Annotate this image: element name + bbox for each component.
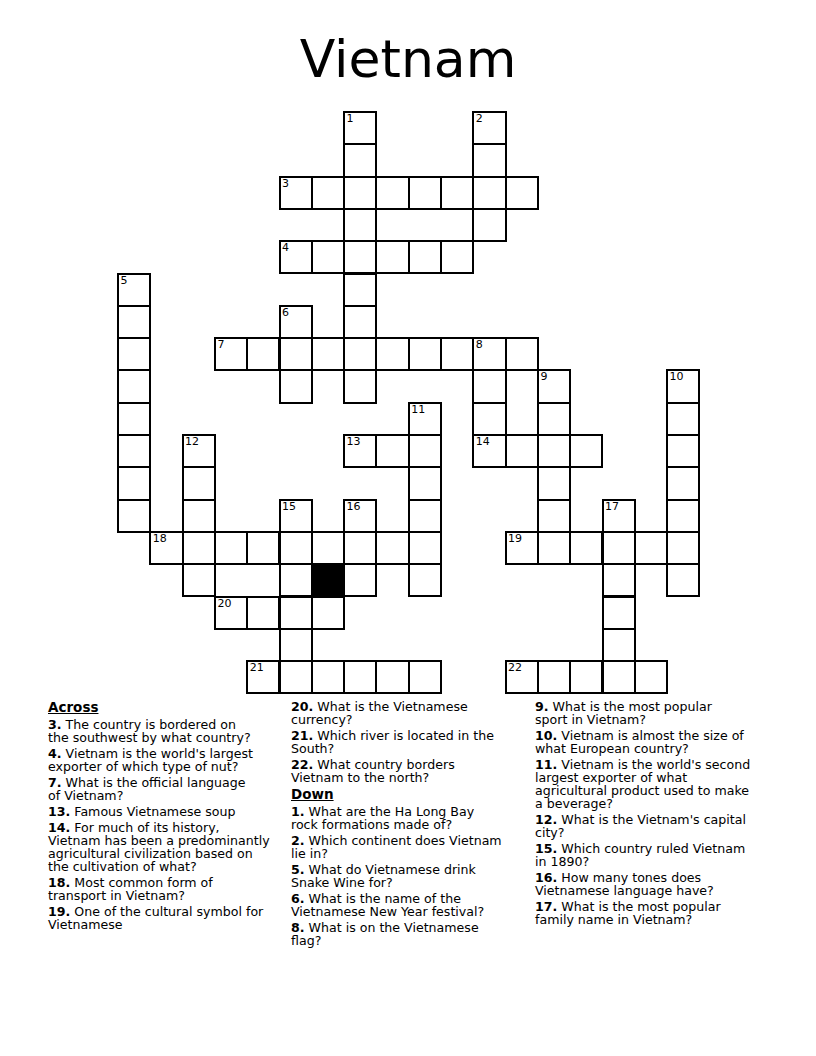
grid-cell[interactable] (375, 337, 409, 371)
clue-down-8: 8. What is on the Vietnameseflag? (291, 921, 534, 947)
clue-across-4: 4. Vietnam is the world's largestexporte… (48, 747, 291, 773)
clue-number-label: 15. (535, 841, 557, 856)
grid-cell[interactable] (343, 660, 377, 694)
crossword-grid: 12345678910111213141516171819202122 (117, 111, 701, 695)
clue-number-label: 3. (48, 717, 62, 732)
clue-number-label: 17. (535, 899, 557, 914)
grid-cell[interactable] (537, 466, 571, 500)
clue-number-label: 14. (48, 820, 70, 835)
across-header: Across (48, 700, 291, 714)
clue-across-22: 22. What country bordersVietnam to the n… (291, 758, 534, 784)
grid-cell[interactable] (505, 176, 539, 210)
clue-across-7: 7. What is the official languageof Vietn… (48, 776, 291, 802)
grid-cell[interactable] (375, 531, 409, 565)
grid-cell[interactable] (666, 402, 700, 436)
grid-cell[interactable] (279, 563, 313, 597)
grid-cell[interactable] (343, 305, 377, 339)
grid-cell[interactable] (408, 660, 442, 694)
clue-across-14: 14. For much of its history,Vietnam has … (48, 821, 291, 873)
grid-cell[interactable] (279, 531, 313, 565)
grid-cell[interactable] (537, 531, 571, 565)
grid-cell[interactable] (214, 337, 248, 371)
grid-cell[interactable] (117, 434, 151, 468)
grid-cell[interactable] (117, 499, 151, 533)
grid-cell[interactable] (279, 337, 313, 371)
clue-down-6: 6. What is the name of theVietnamese New… (291, 892, 534, 918)
clue-number-label: 4. (48, 746, 62, 761)
grid-cell[interactable] (569, 531, 603, 565)
clue-number-label: 6. (291, 891, 305, 906)
grid-cell[interactable] (279, 240, 313, 274)
grid-cell[interactable] (602, 563, 636, 597)
grid-cell[interactable] (343, 563, 377, 597)
clue-number-label: 9. (535, 699, 549, 714)
grid-cell[interactable] (634, 531, 668, 565)
grid-cell[interactable] (505, 337, 539, 371)
clue-number-label: 12. (535, 812, 557, 827)
clue-down-2: 2. Which continent does Vietnamlie in? (291, 834, 534, 860)
grid-cell[interactable] (408, 466, 442, 500)
grid-cell[interactable] (569, 434, 603, 468)
grid-cell[interactable] (408, 176, 442, 210)
grid-cell[interactable] (343, 208, 377, 242)
clue-number-label: 20. (291, 699, 313, 714)
grid-cell[interactable] (343, 176, 377, 210)
grid-cell[interactable] (472, 176, 506, 210)
grid-cell[interactable] (182, 563, 216, 597)
clue-down-17: 17. What is the most popularfamily name … (535, 900, 810, 926)
grid-cell[interactable] (505, 660, 539, 694)
grid-cell[interactable] (408, 402, 442, 436)
grid-cell[interactable] (343, 369, 377, 403)
grid-cell[interactable] (311, 660, 345, 694)
clue-across-18: 18. Most common form oftransport in Viet… (48, 876, 291, 902)
clue-number-label: 21. (291, 728, 313, 743)
grid-cell[interactable] (537, 660, 571, 694)
grid-cell[interactable] (182, 531, 216, 565)
grid-cell[interactable] (440, 337, 474, 371)
grid-cell[interactable] (311, 531, 345, 565)
grid-cell[interactable] (602, 531, 636, 565)
grid-cell[interactable] (343, 531, 377, 565)
grid-cell[interactable] (666, 531, 700, 565)
grid-cell[interactable] (505, 531, 539, 565)
grid-cell[interactable] (149, 531, 183, 565)
grid-cell[interactable] (279, 369, 313, 403)
grid-cell[interactable] (472, 111, 506, 145)
grid-cell[interactable] (246, 660, 280, 694)
clue-number-label: 19. (48, 904, 70, 919)
clue-down-1: 1. What are the Ha Long Bayrock formatio… (291, 805, 534, 831)
clue-number-label: 1. (291, 804, 305, 819)
clue-number-label: 2. (291, 833, 305, 848)
clue-number-label: 18. (48, 875, 70, 890)
grid-cell[interactable] (666, 369, 700, 403)
grid-cell[interactable] (666, 466, 700, 500)
grid-cell[interactable] (666, 434, 700, 468)
grid-cell[interactable] (343, 434, 377, 468)
clue-number-label: 13. (48, 804, 70, 819)
clue-down-9: 9. What is the most popularsport in Viet… (535, 700, 810, 726)
grid-cell[interactable] (311, 240, 345, 274)
grid-cell[interactable] (602, 596, 636, 630)
grid-cell[interactable] (311, 176, 345, 210)
clue-down-12: 12. What is the Vietnam's capitalcity? (535, 813, 810, 839)
grid-cell[interactable] (408, 434, 442, 468)
grid-cell[interactable] (279, 628, 313, 662)
grid-cell[interactable] (279, 305, 313, 339)
grid-cell[interactable] (279, 176, 313, 210)
clue-down-16: 16. How many tones doesVietnamese langua… (535, 871, 810, 897)
grid-cell[interactable] (246, 596, 280, 630)
clue-down-10: 10. Vietnam is almost the size ofwhat Eu… (535, 729, 810, 755)
clue-down-5: 5. What do Vietnamese drinkSnake Wine fo… (291, 863, 534, 889)
grid-cell[interactable] (343, 337, 377, 371)
grid-cell[interactable] (343, 240, 377, 274)
grid-cell[interactable] (440, 240, 474, 274)
grid-cell[interactable] (117, 305, 151, 339)
grid-cell[interactable] (602, 660, 636, 694)
grid-cell[interactable] (537, 369, 571, 403)
clue-down-15: 15. Which country ruled Vietnamin 1890? (535, 842, 810, 868)
clue-down-11: 11. Vietnam is the world's secondlargest… (535, 758, 810, 810)
grid-cell[interactable] (440, 176, 474, 210)
grid-cell[interactable] (182, 499, 216, 533)
clue-number-label: 11. (535, 757, 557, 772)
clue-number-label: 7. (48, 775, 62, 790)
grid-cell[interactable] (408, 240, 442, 274)
grid-cell[interactable] (375, 434, 409, 468)
grid-cell[interactable] (279, 596, 313, 630)
clue-column-middle: 20. What is the Vietnamesecurrency?21. W… (291, 700, 534, 950)
grid-cell[interactable] (537, 434, 571, 468)
grid-cell[interactable] (505, 434, 539, 468)
clue-across-19: 19. One of the cultural symbol forVietna… (48, 905, 291, 931)
grid-cell[interactable] (311, 596, 345, 630)
grid-cell[interactable] (472, 208, 506, 242)
grid-cell[interactable] (569, 660, 603, 694)
grid-cell[interactable] (343, 143, 377, 177)
grid-cell[interactable] (537, 402, 571, 436)
grid-cell[interactable] (375, 176, 409, 210)
grid-cell[interactable] (408, 337, 442, 371)
grid-cell[interactable] (634, 660, 668, 694)
clue-across-3: 3. The country is bordered onthe southwe… (48, 718, 291, 744)
grid-cell[interactable] (472, 337, 506, 371)
grid-cell[interactable] (537, 499, 571, 533)
grid-cell[interactable] (117, 273, 151, 307)
grid-cell[interactable] (602, 499, 636, 533)
grid-cell[interactable] (602, 628, 636, 662)
down-header: Down (291, 787, 534, 801)
clue-across-13: 13. Famous Vietnamese soup (48, 805, 291, 818)
grid-cell[interactable] (117, 466, 151, 500)
clue-column-down: 9. What is the most popularsport in Viet… (535, 700, 810, 929)
grid-cell[interactable] (408, 563, 442, 597)
clue-number-label: 8. (291, 920, 305, 935)
clue-number-label: 16. (535, 870, 557, 885)
grid-cell[interactable] (246, 337, 280, 371)
black-cell (311, 563, 345, 597)
grid-cell[interactable] (343, 273, 377, 307)
grid-cell[interactable] (343, 111, 377, 145)
grid-cell[interactable] (375, 240, 409, 274)
grid-cell[interactable] (311, 337, 345, 371)
grid-cell[interactable] (408, 499, 442, 533)
grid-cell[interactable] (472, 143, 506, 177)
clue-number-label: 10. (535, 728, 557, 743)
grid-cell[interactable] (472, 402, 506, 436)
grid-cell[interactable] (182, 434, 216, 468)
clue-column-across: Across 3. The country is bordered onthe … (48, 700, 291, 934)
grid-cell[interactable] (117, 402, 151, 436)
grid-cell[interactable] (117, 369, 151, 403)
grid-cell[interactable] (666, 563, 700, 597)
grid-cell[interactable] (408, 531, 442, 565)
grid-cell[interactable] (279, 660, 313, 694)
clue-across-20: 20. What is the Vietnamesecurrency? (291, 700, 534, 726)
grid-cell[interactable] (246, 531, 280, 565)
puzzle-title: Vietnam (0, 30, 816, 88)
grid-cell[interactable] (375, 660, 409, 694)
grid-cell[interactable] (279, 499, 313, 533)
grid-cell[interactable] (214, 596, 248, 630)
clue-across-21: 21. Which river is located in theSouth? (291, 729, 534, 755)
grid-cell[interactable] (666, 499, 700, 533)
grid-cell[interactable] (472, 369, 506, 403)
clue-number-label: 22. (291, 757, 313, 772)
grid-cell[interactable] (472, 434, 506, 468)
grid-cell[interactable] (214, 531, 248, 565)
grid-cell[interactable] (117, 337, 151, 371)
grid-cell[interactable] (343, 499, 377, 533)
clue-number-label: 5. (291, 862, 305, 877)
grid-cell[interactable] (182, 466, 216, 500)
